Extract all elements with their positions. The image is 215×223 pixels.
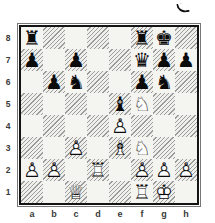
square-d4 [87,115,109,137]
square-h5 [175,93,197,115]
piece-outline: ♙ [111,114,129,138]
piece-black-rook: ♜ [131,27,153,49]
square-b6: ♟ [43,71,65,93]
square-h3 [175,137,197,159]
square-a7: ♟ [21,49,43,71]
piece-black-bishop: ♝ [109,93,131,115]
piece-white-bishop: ♝♗ [109,137,131,159]
file-label-g: g [153,209,175,222]
rank-label-8: 8 [0,27,16,49]
square-h6 [175,71,197,93]
file-label-e: e [109,209,131,222]
file-labels: abcdefgh [21,209,197,222]
piece-black-pawn: ♟ [153,49,175,71]
piece-white-pawn: ♟♙ [175,159,197,181]
rank-label-6: 6 [0,71,16,93]
square-c6: ♞ [65,71,87,93]
square-e8 [109,27,131,49]
square-b1 [43,181,65,203]
square-e7 [109,49,131,71]
square-d5 [87,93,109,115]
piece-black-pawn: ♟ [131,71,153,93]
cropped-text-fragment-icon [176,2,190,14]
piece-black-king: ♚ [153,27,175,49]
square-d1 [87,181,109,203]
square-g5 [153,93,175,115]
piece-white-rook: ♜♖ [87,159,109,181]
piece-outline: ♘ [133,92,151,116]
square-a5 [21,93,43,115]
square-f4 [131,115,153,137]
rank-labels: 87654321 [0,27,16,203]
piece-black-pawn: ♟ [65,49,87,71]
file-label-c: c [65,209,87,222]
square-g7: ♟ [153,49,175,71]
piece-outline: ♗ [111,136,129,160]
piece-black-pawn: ♟ [21,49,43,71]
file-label-h: h [175,209,197,222]
piece-outline: ♙ [67,136,85,160]
square-h4 [175,115,197,137]
piece-white-knight: ♞♘ [131,137,153,159]
piece-white-rook: ♜♖ [131,181,153,203]
piece-outline: ♙ [23,158,41,182]
square-c2 [65,159,87,181]
board: ♜♜♚♟♟♛♟♟♟♞♟♞♝♞♘♟♙♟♙♝♗♞♘♟♙♟♙♜♖♟♙♟♙♟♙♛♕♜♖♚… [21,27,197,203]
piece-outline: ♖ [89,158,107,182]
square-d6 [87,71,109,93]
piece-black-knight: ♞ [65,71,87,93]
square-e5: ♝ [109,93,131,115]
piece-outline: ♔ [155,180,173,204]
rank-label-1: 1 [0,181,16,203]
square-f2: ♟♙ [131,159,153,181]
piece-outline: ♙ [133,158,151,182]
rank-label-2: 2 [0,159,16,181]
square-h1 [175,181,197,203]
square-b4 [43,115,65,137]
piece-black-pawn: ♟ [175,49,197,71]
square-a2: ♟♙ [21,159,43,181]
piece-white-pawn: ♟♙ [109,115,131,137]
square-g4 [153,115,175,137]
square-g6: ♞ [153,71,175,93]
square-a1 [21,181,43,203]
piece-black-queen: ♛ [131,49,153,71]
rank-label-4: 4 [0,115,16,137]
square-a8: ♜ [21,27,43,49]
square-g3 [153,137,175,159]
piece-white-knight: ♞♘ [131,93,153,115]
rank-label-7: 7 [0,49,16,71]
piece-outline: ♘ [133,136,151,160]
file-label-a: a [21,209,43,222]
square-c4 [65,115,87,137]
piece-white-pawn: ♟♙ [131,159,153,181]
piece-white-queen: ♛♕ [65,181,87,203]
board-border: ♜♜♚♟♟♛♟♟♟♞♟♞♝♞♘♟♙♟♙♝♗♞♘♟♙♟♙♜♖♟♙♟♙♟♙♛♕♜♖♚… [19,25,199,205]
square-e2 [109,159,131,181]
piece-white-pawn: ♟♙ [21,159,43,181]
chess-diagram: 87654321 ♜♜♚♟♟♛♟♟♟♞♟♞♝♞♘♟♙♟♙♝♗♞♘♟♙♟♙♜♖♟♙… [0,0,215,223]
square-a4 [21,115,43,137]
board-frame: ♜♜♚♟♟♛♟♟♟♞♟♞♝♞♘♟♙♟♙♝♗♞♘♟♙♟♙♜♖♟♙♟♙♟♙♛♕♜♖♚… [17,23,201,207]
square-d8 [87,27,109,49]
square-c7: ♟ [65,49,87,71]
piece-outline: ♙ [45,158,63,182]
piece-white-pawn: ♟♙ [153,159,175,181]
rank-label-3: 3 [0,137,16,159]
piece-white-king: ♚♔ [153,181,175,203]
square-c5 [65,93,87,115]
square-h8 [175,27,197,49]
piece-white-pawn: ♟♙ [65,137,87,159]
square-d7 [87,49,109,71]
square-b2: ♟♙ [43,159,65,181]
square-a3 [21,137,43,159]
square-d2: ♜♖ [87,159,109,181]
square-f6: ♟ [131,71,153,93]
square-h7: ♟ [175,49,197,71]
square-g2: ♟♙ [153,159,175,181]
square-h2: ♟♙ [175,159,197,181]
square-a6 [21,71,43,93]
file-label-f: f [131,209,153,222]
square-b5 [43,93,65,115]
piece-outline: ♕ [67,180,85,204]
piece-outline: ♙ [155,158,173,182]
file-label-d: d [87,209,109,222]
square-f3: ♞♘ [131,137,153,159]
piece-black-pawn: ♟ [43,71,65,93]
piece-outline: ♖ [133,180,151,204]
piece-outline: ♙ [177,158,195,182]
square-e4: ♟♙ [109,115,131,137]
square-b7 [43,49,65,71]
square-g8: ♚ [153,27,175,49]
square-c8 [65,27,87,49]
square-e6 [109,71,131,93]
square-e1 [109,181,131,203]
piece-white-pawn: ♟♙ [43,159,65,181]
square-c1: ♛♕ [65,181,87,203]
rank-label-5: 5 [0,93,16,115]
square-f8: ♜ [131,27,153,49]
piece-black-knight: ♞ [153,71,175,93]
square-f5: ♞♘ [131,93,153,115]
square-d3 [87,137,109,159]
square-g1: ♚♔ [153,181,175,203]
square-f7: ♛ [131,49,153,71]
piece-black-rook: ♜ [21,27,43,49]
square-e3: ♝♗ [109,137,131,159]
square-f1: ♜♖ [131,181,153,203]
square-c3: ♟♙ [65,137,87,159]
square-b8 [43,27,65,49]
file-label-b: b [43,209,65,222]
square-b3 [43,137,65,159]
